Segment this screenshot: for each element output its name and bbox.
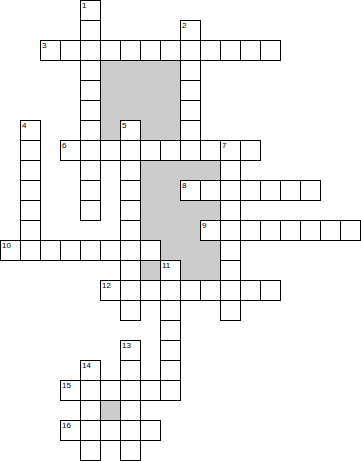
clue-number-14: 14: [82, 361, 91, 370]
cell-r20-c4[interactable]: [80, 400, 101, 421]
cell-r10-c4[interactable]: [80, 200, 101, 221]
cell-r22-c4[interactable]: [80, 440, 101, 461]
cell-r12-c3[interactable]: [60, 240, 81, 261]
cell-r2-c11[interactable]: [220, 40, 241, 61]
cell-r9-c6[interactable]: [120, 180, 141, 201]
cell-r12-c11[interactable]: [220, 240, 241, 261]
shaded-cell-r4-c6: [120, 80, 141, 101]
cell-r11-c1[interactable]: [20, 220, 41, 241]
cell-r7-c3[interactable]: 6: [60, 140, 81, 161]
cell-r7-c10[interactable]: [200, 140, 221, 161]
cell-r4-c4[interactable]: [80, 80, 101, 101]
cell-r19-c5[interactable]: [100, 380, 121, 401]
clue-number-10: 10: [2, 241, 11, 250]
cell-r13-c11[interactable]: [220, 260, 241, 281]
shaded-cell-r12-c8: [160, 240, 181, 261]
shaded-cell-r11-c9: [180, 220, 201, 241]
shaded-cell-r5-c5: [100, 100, 121, 121]
cell-r0-c4[interactable]: 1: [80, 0, 101, 21]
cell-r2-c2[interactable]: 3: [40, 40, 61, 61]
shaded-cell-r10-c7: [140, 200, 161, 221]
cell-r10-c1[interactable]: [20, 200, 41, 221]
cell-r13-c6[interactable]: [120, 260, 141, 281]
shaded-cell-r3-c5: [100, 60, 121, 81]
cell-r6-c1[interactable]: 4: [20, 120, 41, 141]
cell-r5-c9[interactable]: [180, 100, 201, 121]
cell-r19-c6[interactable]: [120, 380, 141, 401]
cell-r2-c7[interactable]: [140, 40, 161, 61]
cell-r10-c11[interactable]: [220, 200, 241, 221]
cell-r7-c11[interactable]: 7: [220, 140, 241, 161]
cell-r21-c3[interactable]: 16: [60, 420, 81, 441]
cell-r14-c9[interactable]: [180, 280, 201, 301]
cell-r3-c4[interactable]: [80, 60, 101, 81]
cell-r19-c7[interactable]: [140, 380, 161, 401]
cell-r12-c4[interactable]: [80, 240, 101, 261]
cell-r14-c7[interactable]: [140, 280, 161, 301]
cell-r7-c4[interactable]: [80, 140, 101, 161]
cell-r6-c4[interactable]: [80, 120, 101, 141]
shaded-cell-r12-c9: [180, 240, 201, 261]
cell-r21-c6[interactable]: [120, 420, 141, 441]
shaded-cell-r5-c8: [160, 100, 181, 121]
cell-r19-c4[interactable]: [80, 380, 101, 401]
cell-r2-c13[interactable]: [260, 40, 281, 61]
clue-number-4: 4: [22, 121, 26, 130]
cell-r11-c14[interactable]: [280, 220, 301, 241]
shaded-cell-r3-c6: [120, 60, 141, 81]
cell-r11-c17[interactable]: [340, 220, 361, 241]
cell-r11-c12[interactable]: [240, 220, 261, 241]
cell-r2-c5[interactable]: [100, 40, 121, 61]
cell-r7-c1[interactable]: [20, 140, 41, 161]
cell-r7-c8[interactable]: [160, 140, 181, 161]
cell-r11-c10[interactable]: 9: [200, 220, 221, 241]
clue-number-6: 6: [62, 141, 66, 150]
cell-r15-c8[interactable]: [160, 300, 181, 321]
shaded-cell-r20-c5: [100, 400, 121, 421]
cell-r17-c8[interactable]: [160, 340, 181, 361]
cell-r6-c9[interactable]: [180, 120, 201, 141]
clue-number-13: 13: [122, 341, 131, 350]
shaded-cell-r10-c9: [180, 200, 201, 221]
cell-r14-c10[interactable]: [200, 280, 221, 301]
shaded-cell-r6-c8: [160, 120, 181, 141]
cell-r9-c9[interactable]: 8: [180, 180, 201, 201]
shaded-cell-r5-c6: [120, 100, 141, 121]
cell-r12-c0[interactable]: 10: [0, 240, 21, 261]
cell-r11-c13[interactable]: [260, 220, 281, 241]
cell-r8-c4[interactable]: [80, 160, 101, 181]
cell-r14-c6[interactable]: [120, 280, 141, 301]
clue-number-11: 11: [162, 261, 170, 270]
cell-r11-c15[interactable]: [300, 220, 321, 241]
cell-r7-c7[interactable]: [140, 140, 161, 161]
shaded-cell-r11-c7: [140, 220, 161, 241]
cell-r1-c4[interactable]: [80, 20, 101, 41]
cell-r9-c13[interactable]: [260, 180, 281, 201]
cell-r11-c6[interactable]: [120, 220, 141, 241]
cell-r2-c6[interactable]: [120, 40, 141, 61]
cell-r18-c8[interactable]: [160, 360, 181, 381]
shaded-cell-r4-c5: [100, 80, 121, 101]
cell-r12-c7[interactable]: [140, 240, 161, 261]
cell-r3-c9[interactable]: [180, 60, 201, 81]
cell-r22-c6[interactable]: [120, 440, 141, 461]
cell-r1-c9[interactable]: 2: [180, 20, 201, 41]
cell-r12-c6[interactable]: [120, 240, 141, 261]
cell-r15-c6[interactable]: [120, 300, 141, 321]
clue-number-8: 8: [182, 181, 186, 190]
cell-r15-c11[interactable]: [220, 300, 241, 321]
cell-r9-c12[interactable]: [240, 180, 261, 201]
cell-r2-c3[interactable]: [60, 40, 81, 61]
clue-number-5: 5: [122, 121, 126, 130]
shaded-cell-r4-c7: [140, 80, 161, 101]
shaded-cell-r10-c10: [200, 200, 221, 221]
cell-r7-c5[interactable]: [100, 140, 121, 161]
clue-number-15: 15: [62, 381, 71, 390]
clue-number-12: 12: [102, 281, 111, 290]
cell-r2-c9[interactable]: [180, 40, 201, 61]
cell-r14-c13[interactable]: [260, 280, 281, 301]
cell-r7-c6[interactable]: [120, 140, 141, 161]
cell-r11-c11[interactable]: [220, 220, 241, 241]
shaded-cell-r8-c8: [160, 160, 181, 181]
cell-r18-c4[interactable]: 14: [80, 360, 101, 381]
crossword-board: 12345678910111213141516: [0, 0, 361, 461]
cell-r18-c6[interactable]: [120, 360, 141, 381]
shaded-cell-r9-c7: [140, 180, 161, 201]
cell-r2-c10[interactable]: [200, 40, 221, 61]
shaded-cell-r13-c9: [180, 260, 201, 281]
cell-r2-c12[interactable]: [240, 40, 261, 61]
clue-number-3: 3: [42, 41, 46, 50]
cell-r19-c8[interactable]: [160, 380, 181, 401]
cell-r14-c8[interactable]: [160, 280, 181, 301]
shaded-cell-r3-c8: [160, 60, 181, 81]
cell-r21-c5[interactable]: [100, 420, 121, 441]
clue-number-16: 16: [62, 421, 71, 430]
cell-r9-c15[interactable]: [300, 180, 321, 201]
cell-r10-c6[interactable]: [120, 200, 141, 221]
cell-r21-c4[interactable]: [80, 420, 101, 441]
cell-r11-c16[interactable]: [320, 220, 341, 241]
cell-r6-c6[interactable]: 5: [120, 120, 141, 141]
shaded-cell-r13-c10: [200, 260, 221, 281]
cell-r8-c11[interactable]: [220, 160, 241, 181]
cell-r7-c9[interactable]: [180, 140, 201, 161]
shaded-cell-r8-c7: [140, 160, 161, 181]
cell-r19-c3[interactable]: 15: [60, 380, 81, 401]
cell-r17-c6[interactable]: 13: [120, 340, 141, 361]
shaded-cell-r3-c7: [140, 60, 161, 81]
cell-r2-c4[interactable]: [80, 40, 101, 61]
shaded-cell-r13-c7: [140, 260, 161, 281]
clue-number-2: 2: [182, 21, 186, 30]
shaded-cell-r10-c8: [160, 200, 181, 221]
shaded-cell-r6-c5: [100, 120, 121, 141]
shaded-cell-r6-c7: [140, 120, 161, 141]
clue-number-9: 9: [202, 221, 206, 230]
cell-r7-c12[interactable]: [240, 140, 261, 161]
cell-r2-c8[interactable]: [160, 40, 181, 61]
shaded-cell-r4-c8: [160, 80, 181, 101]
clue-number-1: 1: [82, 1, 86, 10]
shaded-cell-r9-c8: [160, 180, 181, 201]
cell-r9-c1[interactable]: [20, 180, 41, 201]
cell-r8-c1[interactable]: [20, 160, 41, 181]
cell-r9-c10[interactable]: [200, 180, 221, 201]
cell-r14-c11[interactable]: [220, 280, 241, 301]
cell-r21-c7[interactable]: [140, 420, 161, 441]
cell-r12-c2[interactable]: [40, 240, 61, 261]
cell-r5-c4[interactable]: [80, 100, 101, 121]
cell-r9-c11[interactable]: [220, 180, 241, 201]
cell-r16-c8[interactable]: [160, 320, 181, 341]
cell-r13-c8[interactable]: 11: [160, 260, 181, 281]
cell-r8-c6[interactable]: [120, 160, 141, 181]
shaded-cell-r8-c10: [200, 160, 221, 181]
cell-r12-c5[interactable]: [100, 240, 121, 261]
cell-r9-c4[interactable]: [80, 180, 101, 201]
shaded-cell-r5-c7: [140, 100, 161, 121]
shaded-cell-r11-c8: [160, 220, 181, 241]
clue-number-7: 7: [222, 141, 226, 150]
cell-r20-c6[interactable]: [120, 400, 141, 421]
cell-r14-c5[interactable]: 12: [100, 280, 121, 301]
cell-r9-c14[interactable]: [280, 180, 301, 201]
cell-r12-c1[interactable]: [20, 240, 41, 261]
shaded-cell-r12-c10: [200, 240, 221, 261]
cell-r4-c9[interactable]: [180, 80, 201, 101]
shaded-cell-r8-c9: [180, 160, 201, 181]
cell-r14-c12[interactable]: [240, 280, 261, 301]
